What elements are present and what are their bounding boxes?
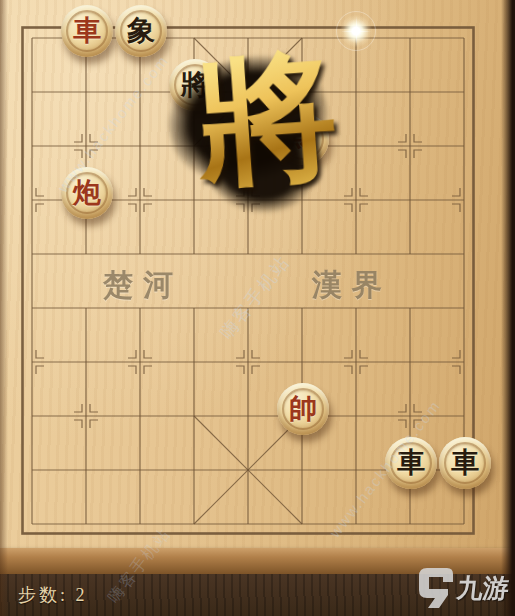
piece-glyph: 車: [73, 17, 101, 45]
step-counter-value: 2: [76, 585, 88, 605]
piece-black-車[interactable]: 車: [439, 437, 491, 489]
step-counter-label: 步数:: [18, 585, 68, 605]
piece-glyph: 炮: [73, 179, 101, 207]
river-label-right: 漢界: [312, 265, 392, 306]
piece-glyph: 車: [397, 449, 425, 477]
piece-black-象[interactable]: 象: [115, 5, 167, 57]
xiangqi-game-screen: 楚河 漢界 車象將馬炮帥車車 將 www.hackhome.com嗨客手机站ww…: [0, 0, 515, 616]
piece-glyph: 象: [127, 17, 155, 45]
piece-glyph: 帥: [289, 395, 317, 423]
piece-red-帥[interactable]: 帥: [277, 383, 329, 435]
jiuyou-logo: 九游: [419, 568, 509, 608]
piece-red-炮[interactable]: 炮: [61, 167, 113, 219]
jiuyou-logo-icon: [419, 568, 453, 608]
sparkle-icon: [339, 14, 373, 48]
step-counter: 步数: 2: [18, 583, 88, 607]
piece-glyph: 車: [451, 449, 479, 477]
check-banner: 將: [177, 44, 356, 196]
piece-red-車[interactable]: 車: [61, 5, 113, 57]
river-label-left: 楚河: [103, 265, 183, 306]
jiuyou-logo-text: 九游: [455, 571, 511, 606]
piece-black-車[interactable]: 車: [385, 437, 437, 489]
